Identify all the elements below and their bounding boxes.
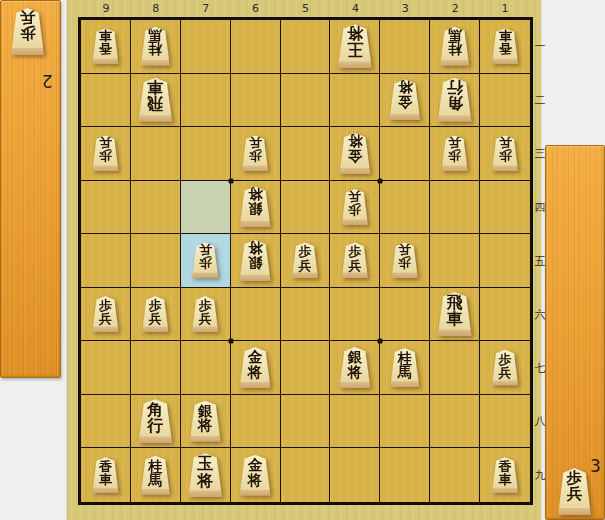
square-39[interactable] bbox=[380, 448, 430, 502]
square-11[interactable]: 香車 bbox=[480, 20, 530, 74]
file-label-8: 8 bbox=[131, 0, 181, 16]
square-29[interactable] bbox=[430, 448, 480, 502]
piece-gote-23[interactable]: 歩兵 bbox=[441, 135, 469, 171]
square-66[interactable] bbox=[231, 288, 281, 342]
piece-kanji-char: 歩 bbox=[398, 256, 411, 269]
piece-kanji: 飛車 bbox=[447, 292, 463, 328]
square-42[interactable] bbox=[330, 74, 380, 128]
square-65[interactable]: 銀将 bbox=[231, 234, 281, 288]
square-53[interactable] bbox=[281, 127, 331, 181]
square-86[interactable]: 歩兵 bbox=[131, 288, 181, 342]
piece-sente-55[interactable]: 歩兵 bbox=[291, 242, 319, 278]
gote-hand-tray: 歩兵 2 bbox=[0, 0, 61, 378]
piece-tile: 歩兵 bbox=[491, 350, 519, 386]
piece-kanji-char: 将 bbox=[398, 79, 413, 94]
piece-gote-21[interactable]: 桂馬 bbox=[439, 27, 470, 66]
piece-kanji-char: 兵 bbox=[448, 135, 461, 148]
piece-kanji-char: 歩 bbox=[199, 299, 212, 312]
piece-kanji-char: 歩 bbox=[499, 149, 512, 162]
square-32[interactable]: 金将 bbox=[380, 74, 430, 128]
square-18[interactable] bbox=[480, 395, 530, 449]
piece-gote-65[interactable]: 銀将 bbox=[239, 240, 272, 281]
piece-kanji: 歩兵 bbox=[499, 350, 512, 380]
square-62[interactable] bbox=[231, 74, 281, 128]
piece-tile: 飛車 bbox=[137, 78, 173, 122]
square-28[interactable] bbox=[430, 395, 480, 449]
piece-gote-44[interactable]: 歩兵 bbox=[341, 189, 369, 225]
piece-kanji-char: 兵 bbox=[348, 259, 361, 272]
piece-kanji-char: 将 bbox=[198, 418, 213, 433]
file-label-3: 3 bbox=[380, 0, 430, 16]
piece-tile: 金将 bbox=[388, 79, 421, 120]
square-61[interactable] bbox=[231, 20, 281, 74]
piece-kanji-char: 馬 bbox=[448, 27, 462, 41]
square-17[interactable]: 歩兵 bbox=[480, 341, 530, 395]
square-85[interactable] bbox=[131, 234, 181, 288]
piece-kanji-char: 歩 bbox=[298, 245, 311, 258]
piece-kanji-char: 歩 bbox=[499, 353, 512, 366]
square-52[interactable] bbox=[281, 74, 331, 128]
piece-kanji: 歩兵 bbox=[348, 242, 361, 272]
square-81[interactable]: 桂馬 bbox=[131, 20, 181, 74]
sente-hand-tray: 歩兵 3 bbox=[545, 145, 605, 520]
piece-kanji: 香車 bbox=[99, 28, 112, 58]
piece-sente-17[interactable]: 歩兵 bbox=[491, 350, 519, 386]
piece-gote-43[interactable]: 金将 bbox=[338, 133, 371, 174]
piece-kanji: 香車 bbox=[499, 28, 512, 58]
piece-kanji-char: 兵 bbox=[348, 189, 361, 202]
piece-kanji: 歩兵 bbox=[448, 135, 461, 165]
piece-kanji-char: 兵 bbox=[199, 312, 212, 325]
square-36[interactable] bbox=[380, 288, 430, 342]
piece-tile: 角行 bbox=[437, 78, 473, 122]
piece-tile: 歩兵 bbox=[141, 296, 169, 332]
piece-kanji-char: 将 bbox=[348, 365, 363, 380]
piece-kanji: 銀将 bbox=[248, 240, 263, 273]
piece-tile: 銀将 bbox=[239, 186, 272, 227]
hoshi-dot bbox=[228, 178, 233, 183]
piece-kanji-char: 兵 bbox=[499, 366, 512, 379]
rank-label-1: 一 bbox=[533, 20, 547, 74]
piece-kanji-char: 桂 bbox=[148, 459, 162, 473]
square-43[interactable]: 金将 bbox=[330, 127, 380, 181]
piece-kanji-char: 銀 bbox=[248, 255, 263, 270]
square-46[interactable] bbox=[330, 288, 380, 342]
square-35[interactable]: 歩兵 bbox=[380, 234, 430, 288]
piece-kanji: 香車 bbox=[499, 457, 512, 487]
piece-sente-67[interactable]: 金将 bbox=[239, 347, 272, 388]
square-38[interactable] bbox=[380, 395, 430, 449]
square-76[interactable]: 歩兵 bbox=[181, 288, 231, 342]
square-48[interactable] bbox=[330, 395, 380, 449]
piece-kanji-char: 歩 bbox=[348, 202, 361, 215]
piece-tile: 王将 bbox=[337, 24, 373, 68]
square-95[interactable] bbox=[81, 234, 131, 288]
piece-tile: 歩兵 bbox=[91, 296, 119, 332]
piece-kanji-char: 兵 bbox=[499, 135, 512, 148]
piece-kanji: 王将 bbox=[347, 24, 363, 60]
piece-kanji-char: 歩 bbox=[20, 24, 36, 40]
piece-kanji-char: 車 bbox=[499, 28, 512, 41]
piece-tile: 歩兵 bbox=[191, 242, 219, 278]
square-37[interactable]: 桂馬 bbox=[380, 341, 430, 395]
piece-kanji-char: 兵 bbox=[20, 8, 36, 24]
piece-sente-19[interactable]: 香車 bbox=[491, 457, 519, 493]
piece-tile: 歩兵 bbox=[557, 468, 592, 515]
piece-gote-41[interactable]: 王将 bbox=[337, 24, 373, 68]
piece-tile: 玉将 bbox=[187, 453, 223, 497]
piece-kanji-char: 将 bbox=[248, 186, 263, 201]
piece-sente-26[interactable]: 飛車 bbox=[437, 292, 473, 336]
piece-kanji: 金将 bbox=[348, 133, 363, 166]
piece-kanji: 歩兵 bbox=[298, 242, 311, 272]
piece-sente-96[interactable]: 歩兵 bbox=[91, 296, 119, 332]
piece-kanji-char: 香 bbox=[499, 42, 512, 55]
piece-tile: 歩兵 bbox=[391, 242, 419, 278]
square-78[interactable]: 銀将 bbox=[181, 395, 231, 449]
piece-kanji-char: 将 bbox=[248, 473, 263, 488]
piece-kanji-char: 将 bbox=[248, 365, 263, 380]
piece-kanji-char: 金 bbox=[248, 350, 263, 365]
piece-tile: 桂馬 bbox=[389, 348, 420, 387]
piece-kanji-char: 歩 bbox=[249, 149, 262, 162]
piece-kanji-char: 香 bbox=[99, 460, 112, 473]
file-label-6: 6 bbox=[231, 0, 281, 16]
shogi-board: 987654321 香車桂馬王将桂馬香車飛車金将角行歩兵歩兵金将歩兵歩兵銀将歩兵… bbox=[67, 0, 541, 520]
square-34[interactable] bbox=[380, 181, 430, 235]
piece-kanji: 歩兵 bbox=[199, 242, 212, 272]
square-73[interactable] bbox=[181, 127, 231, 181]
piece-tile: 飛車 bbox=[437, 292, 473, 336]
piece-tile: 歩兵 bbox=[491, 135, 519, 171]
piece-kanji-char: 香 bbox=[99, 42, 112, 55]
piece-tile: 銀将 bbox=[338, 347, 371, 388]
piece-kanji: 玉将 bbox=[197, 453, 213, 489]
piece-kanji: 歩兵 bbox=[348, 189, 361, 219]
square-93[interactable]: 歩兵 bbox=[81, 127, 131, 181]
file-label-5: 5 bbox=[281, 0, 331, 16]
piece-kanji: 角行 bbox=[147, 399, 163, 435]
piece-tile: 歩兵 bbox=[241, 135, 269, 171]
square-83[interactable] bbox=[131, 127, 181, 181]
square-22[interactable]: 角行 bbox=[430, 74, 480, 128]
file-label-9: 9 bbox=[81, 0, 131, 16]
file-label-4: 4 bbox=[330, 0, 380, 16]
shogi-app: 歩兵 2 987654321 香車桂馬王将桂馬香車飛車金将角行歩兵歩兵金将歩兵歩… bbox=[0, 0, 605, 520]
square-58[interactable] bbox=[281, 395, 331, 449]
square-94[interactable] bbox=[81, 181, 131, 235]
square-33[interactable] bbox=[380, 127, 430, 181]
piece-kanji: 桂馬 bbox=[398, 348, 412, 380]
hoshi-dot bbox=[378, 339, 383, 344]
square-96[interactable]: 歩兵 bbox=[81, 288, 131, 342]
piece-sente-69[interactable]: 金将 bbox=[239, 455, 272, 496]
square-27[interactable] bbox=[430, 341, 480, 395]
square-92[interactable] bbox=[81, 74, 131, 128]
square-88[interactable]: 角行 bbox=[131, 395, 181, 449]
piece-kanji-char: 銀 bbox=[248, 201, 263, 216]
piece-tile: 歩兵 bbox=[441, 135, 469, 171]
square-87[interactable] bbox=[131, 341, 181, 395]
square-56[interactable] bbox=[281, 288, 331, 342]
piece-gote-35[interactable]: 歩兵 bbox=[391, 242, 419, 278]
piece-tile: 歩兵 bbox=[341, 242, 369, 278]
square-79[interactable]: 玉将 bbox=[181, 448, 231, 502]
piece-kanji-char: 将 bbox=[197, 473, 213, 489]
piece-kanji-char: 歩 bbox=[199, 256, 212, 269]
piece-kanji-char: 歩 bbox=[348, 245, 361, 258]
piece-kanji-char: 歩 bbox=[149, 299, 162, 312]
piece-kanji-char: 兵 bbox=[99, 312, 112, 325]
piece-kanji-char: 行 bbox=[447, 78, 463, 94]
piece-kanji: 桂馬 bbox=[148, 27, 162, 59]
piece-gote-64[interactable]: 銀将 bbox=[239, 186, 272, 227]
square-84[interactable] bbox=[131, 181, 181, 235]
piece-gote-93[interactable]: 歩兵 bbox=[91, 135, 119, 171]
piece-kanji-char: 兵 bbox=[249, 135, 262, 148]
piece-kanji: 銀将 bbox=[348, 347, 363, 380]
hoshi-dot bbox=[378, 178, 383, 183]
piece-tile: 歩兵 bbox=[191, 296, 219, 332]
piece-kanji: 角行 bbox=[447, 78, 463, 114]
piece-sente-47[interactable]: 銀将 bbox=[338, 347, 371, 388]
piece-kanji-char: 銀 bbox=[198, 404, 213, 419]
piece-kanji-char: 金 bbox=[398, 94, 413, 109]
square-68[interactable] bbox=[231, 395, 281, 449]
square-23[interactable]: 歩兵 bbox=[430, 127, 480, 181]
piece-kanji-char: 車 bbox=[147, 78, 163, 94]
piece-gote-hand-pawn[interactable]: 歩兵 bbox=[10, 8, 45, 55]
piece-kanji-char: 兵 bbox=[398, 242, 411, 255]
piece-gote-22[interactable]: 角行 bbox=[437, 78, 473, 122]
piece-kanji-char: 桂 bbox=[148, 41, 162, 55]
piece-kanji: 飛車 bbox=[147, 78, 163, 114]
piece-kanji: 歩兵 bbox=[149, 296, 162, 326]
piece-gote-82[interactable]: 飛車 bbox=[137, 78, 173, 122]
piece-kanji-char: 飛 bbox=[147, 94, 163, 110]
piece-kanji-char: 車 bbox=[99, 28, 112, 41]
piece-tile: 銀将 bbox=[239, 240, 272, 281]
piece-kanji-char: 兵 bbox=[298, 259, 311, 272]
square-97[interactable] bbox=[81, 341, 131, 395]
piece-kanji-char: 将 bbox=[348, 133, 363, 148]
piece-kanji-char: 金 bbox=[348, 148, 363, 163]
piece-tile: 銀将 bbox=[189, 401, 222, 442]
piece-kanji: 歩兵 bbox=[567, 468, 583, 503]
piece-tile: 金将 bbox=[338, 133, 371, 174]
piece-kanji: 金将 bbox=[248, 347, 263, 380]
piece-kanji-char: 角 bbox=[447, 94, 463, 110]
piece-sente-88[interactable]: 角行 bbox=[137, 399, 173, 443]
piece-kanji-char: 馬 bbox=[148, 473, 162, 487]
piece-sente-hand-pawn[interactable]: 歩兵 bbox=[557, 468, 592, 515]
piece-tile: 香車 bbox=[91, 457, 119, 493]
piece-kanji: 歩兵 bbox=[20, 8, 36, 43]
piece-tile: 桂馬 bbox=[140, 456, 171, 495]
piece-kanji: 金将 bbox=[398, 79, 413, 112]
square-16[interactable] bbox=[480, 288, 530, 342]
piece-gote-32[interactable]: 金将 bbox=[388, 79, 421, 120]
piece-kanji-char: 王 bbox=[347, 41, 363, 57]
piece-kanji-char: 香 bbox=[499, 460, 512, 473]
piece-sente-76[interactable]: 歩兵 bbox=[191, 296, 219, 332]
piece-kanji: 歩兵 bbox=[99, 296, 112, 326]
piece-kanji: 歩兵 bbox=[398, 242, 411, 272]
piece-kanji-char: 歩 bbox=[99, 149, 112, 162]
piece-tile: 歩兵 bbox=[10, 8, 45, 55]
square-63[interactable]: 歩兵 bbox=[231, 127, 281, 181]
piece-kanji: 金将 bbox=[248, 455, 263, 488]
file-label-2: 2 bbox=[430, 0, 480, 16]
file-label-7: 7 bbox=[181, 0, 231, 16]
square-54[interactable] bbox=[281, 181, 331, 235]
piece-gote-11[interactable]: 香車 bbox=[491, 28, 519, 64]
sente-pawn-count: 3 bbox=[590, 456, 601, 476]
piece-kanji-char: 兵 bbox=[149, 312, 162, 325]
piece-kanji-char: 将 bbox=[347, 24, 363, 40]
square-64[interactable]: 銀将 bbox=[231, 181, 281, 235]
square-44[interactable]: 歩兵 bbox=[330, 181, 380, 235]
square-26[interactable]: 飛車 bbox=[430, 288, 480, 342]
square-69[interactable]: 金将 bbox=[231, 448, 281, 502]
piece-kanji: 歩兵 bbox=[499, 135, 512, 165]
piece-gote-81[interactable]: 桂馬 bbox=[140, 27, 171, 66]
piece-tile: 歩兵 bbox=[291, 242, 319, 278]
piece-kanji-char: 金 bbox=[248, 458, 263, 473]
square-15[interactable] bbox=[480, 234, 530, 288]
square-13[interactable]: 歩兵 bbox=[480, 127, 530, 181]
piece-kanji: 歩兵 bbox=[249, 135, 262, 165]
piece-kanji-char: 行 bbox=[147, 418, 163, 434]
piece-gote-63[interactable]: 歩兵 bbox=[241, 135, 269, 171]
piece-kanji-char: 歩 bbox=[99, 299, 112, 312]
square-82[interactable]: 飛車 bbox=[131, 74, 181, 128]
piece-tile: 歩兵 bbox=[91, 135, 119, 171]
gote-hand-pieces: 歩兵 bbox=[10, 8, 45, 55]
square-74[interactable] bbox=[181, 181, 231, 235]
square-59[interactable] bbox=[281, 448, 331, 502]
piece-gote-13[interactable]: 歩兵 bbox=[491, 135, 519, 171]
piece-tile: 角行 bbox=[137, 399, 173, 443]
square-67[interactable]: 金将 bbox=[231, 341, 281, 395]
square-25[interactable] bbox=[430, 234, 480, 288]
square-89[interactable]: 桂馬 bbox=[131, 448, 181, 502]
square-41[interactable]: 王将 bbox=[330, 20, 380, 74]
square-75[interactable]: 歩兵 bbox=[181, 234, 231, 288]
piece-kanji-char: 馬 bbox=[398, 365, 412, 379]
square-57[interactable] bbox=[281, 341, 331, 395]
piece-tile: 桂馬 bbox=[439, 27, 470, 66]
sente-hand-pieces: 歩兵 bbox=[557, 468, 592, 515]
piece-sente-89[interactable]: 桂馬 bbox=[140, 456, 171, 495]
gote-pawn-count: 2 bbox=[42, 71, 53, 91]
piece-kanji-char: 銀 bbox=[348, 350, 363, 365]
piece-tile: 金将 bbox=[239, 347, 272, 388]
piece-tile: 香車 bbox=[491, 28, 519, 64]
piece-sente-99[interactable]: 香車 bbox=[91, 457, 119, 493]
square-72[interactable] bbox=[181, 74, 231, 128]
square-98[interactable] bbox=[81, 395, 131, 449]
piece-kanji-char: 将 bbox=[248, 240, 263, 255]
piece-kanji: 歩兵 bbox=[99, 135, 112, 165]
square-99[interactable]: 香車 bbox=[81, 448, 131, 502]
piece-kanji: 桂馬 bbox=[148, 456, 162, 488]
square-19[interactable]: 香車 bbox=[480, 448, 530, 502]
rank-label-2: 二 bbox=[533, 74, 547, 128]
square-24[interactable] bbox=[430, 181, 480, 235]
piece-sente-79[interactable]: 玉将 bbox=[187, 453, 223, 497]
piece-sente-78[interactable]: 銀将 bbox=[189, 401, 222, 442]
piece-kanji-char: 兵 bbox=[99, 135, 112, 148]
piece-kanji: 香車 bbox=[99, 457, 112, 487]
piece-gote-91[interactable]: 香車 bbox=[91, 28, 119, 64]
piece-tile: 香車 bbox=[91, 28, 119, 64]
square-77[interactable] bbox=[181, 341, 231, 395]
piece-sente-37[interactable]: 桂馬 bbox=[389, 348, 420, 387]
file-labels: 987654321 bbox=[81, 0, 530, 16]
piece-kanji-char: 歩 bbox=[448, 149, 461, 162]
file-label-1: 1 bbox=[480, 0, 530, 16]
piece-kanji: 歩兵 bbox=[199, 296, 212, 326]
square-49[interactable] bbox=[330, 448, 380, 502]
square-47[interactable]: 銀将 bbox=[330, 341, 380, 395]
piece-kanji-char: 桂 bbox=[398, 351, 412, 365]
piece-tile: 桂馬 bbox=[140, 27, 171, 66]
square-71[interactable] bbox=[181, 20, 231, 74]
piece-kanji-char: 桂 bbox=[448, 41, 462, 55]
piece-sente-45[interactable]: 歩兵 bbox=[341, 242, 369, 278]
piece-gote-75[interactable]: 歩兵 bbox=[191, 242, 219, 278]
square-21[interactable]: 桂馬 bbox=[430, 20, 480, 74]
piece-kanji: 桂馬 bbox=[448, 27, 462, 59]
piece-kanji: 銀将 bbox=[248, 186, 263, 219]
piece-kanji-char: 車 bbox=[447, 311, 463, 327]
piece-kanji-char: 兵 bbox=[567, 487, 583, 503]
piece-tile: 香車 bbox=[491, 457, 519, 493]
piece-tile: 歩兵 bbox=[341, 189, 369, 225]
square-51[interactable] bbox=[281, 20, 331, 74]
square-45[interactable]: 歩兵 bbox=[330, 234, 380, 288]
piece-kanji-char: 車 bbox=[499, 473, 512, 486]
square-12[interactable] bbox=[480, 74, 530, 128]
square-55[interactable]: 歩兵 bbox=[281, 234, 331, 288]
piece-tile: 金将 bbox=[239, 455, 272, 496]
piece-sente-86[interactable]: 歩兵 bbox=[141, 296, 169, 332]
piece-kanji-char: 馬 bbox=[148, 27, 162, 41]
square-31[interactable] bbox=[380, 20, 430, 74]
board-grid: 香車桂馬王将桂馬香車飛車金将角行歩兵歩兵金将歩兵歩兵銀将歩兵歩兵銀将歩兵歩兵歩兵… bbox=[78, 17, 533, 505]
piece-kanji: 銀将 bbox=[198, 401, 213, 434]
hoshi-dot bbox=[228, 339, 233, 344]
square-91[interactable]: 香車 bbox=[81, 20, 131, 74]
piece-kanji-char: 車 bbox=[99, 473, 112, 486]
square-14[interactable] bbox=[480, 181, 530, 235]
piece-kanji-char: 兵 bbox=[199, 242, 212, 255]
